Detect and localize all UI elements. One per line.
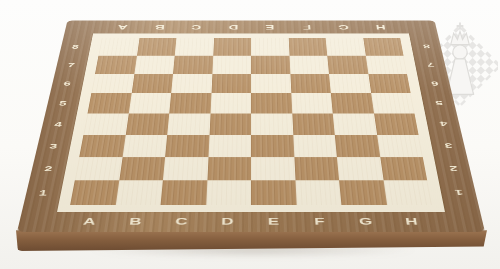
board-margin	[57, 33, 445, 211]
file-label-top-c: C	[177, 21, 215, 34]
rank-label-right-5: 5	[421, 93, 457, 113]
square-e6	[251, 74, 291, 93]
square-h7	[365, 56, 407, 74]
board-grid	[70, 38, 432, 205]
rank-label-right-1: 1	[439, 181, 479, 206]
chessboard: ABCDEFGH ABCDEFGH 87654321 87654321	[17, 21, 485, 232]
file-label-top-g: G	[324, 21, 362, 34]
square-h6	[368, 74, 411, 93]
square-f1	[295, 181, 341, 206]
file-label-bottom-e: E	[251, 212, 298, 232]
square-d5	[210, 93, 251, 113]
coordinate-strip-top: ABCDEFGH	[103, 21, 400, 34]
square-d8	[213, 38, 251, 56]
square-e8	[251, 38, 289, 56]
file-label-top-e: E	[251, 21, 288, 34]
rank-label-left-4: 4	[40, 114, 77, 135]
square-b2	[119, 157, 165, 180]
square-a2	[75, 157, 122, 180]
square-d6	[211, 74, 251, 93]
square-g2	[337, 157, 383, 180]
square-f5	[291, 93, 333, 113]
square-f2	[294, 157, 339, 180]
square-b7	[134, 56, 175, 74]
square-d1	[206, 181, 251, 206]
rank-label-left-6: 6	[50, 74, 85, 93]
square-f6	[290, 74, 331, 93]
square-d4	[209, 114, 251, 135]
square-c8	[175, 38, 214, 56]
square-a7	[95, 56, 137, 74]
square-c6	[171, 74, 212, 93]
product-photo-scene: ABCDEFGH ABCDEFGH 87654321 87654321	[0, 0, 500, 269]
square-g5	[331, 93, 374, 113]
queen-head	[453, 45, 467, 59]
square-f7	[289, 56, 329, 74]
crown-icon	[451, 31, 470, 44]
square-g1	[339, 181, 387, 206]
rank-label-right-8: 8	[410, 38, 443, 56]
square-g6	[329, 74, 371, 93]
square-e5	[251, 93, 292, 113]
square-c1	[161, 181, 207, 206]
square-c2	[163, 157, 208, 180]
rank-label-right-2: 2	[434, 157, 473, 180]
square-f3	[293, 135, 337, 157]
square-b1	[115, 181, 163, 206]
square-b5	[128, 93, 171, 113]
rank-label-right-6: 6	[417, 74, 452, 93]
square-e2	[251, 157, 295, 180]
square-b3	[122, 135, 167, 157]
square-e1	[251, 181, 296, 206]
square-c5	[169, 93, 211, 113]
square-a6	[91, 74, 134, 93]
rank-label-left-2: 2	[29, 157, 68, 180]
square-c3	[165, 135, 209, 157]
square-f4	[292, 114, 335, 135]
square-c7	[173, 56, 213, 74]
file-label-bottom-h: H	[388, 212, 437, 232]
coordinate-strip-bottom: ABCDEFGH	[65, 212, 437, 232]
square-b8	[137, 38, 177, 56]
square-h2	[380, 157, 427, 180]
file-label-top-d: D	[214, 21, 251, 34]
square-f8	[288, 38, 327, 56]
square-c4	[167, 114, 210, 135]
file-label-bottom-d: D	[205, 212, 252, 232]
square-d3	[208, 135, 251, 157]
rank-label-left-5: 5	[45, 93, 81, 113]
square-e4	[251, 114, 293, 135]
square-a1	[70, 181, 119, 206]
rank-label-right-7: 7	[413, 56, 447, 74]
square-g7	[327, 56, 368, 74]
file-label-top-h: H	[360, 21, 399, 34]
square-g8	[326, 38, 366, 56]
square-e3	[251, 135, 294, 157]
square-a5	[87, 93, 131, 113]
square-h4	[374, 114, 419, 135]
square-a4	[83, 114, 128, 135]
square-h3	[377, 135, 423, 157]
rank-label-left-7: 7	[55, 56, 89, 74]
square-d7	[212, 56, 251, 74]
square-b6	[131, 74, 173, 93]
file-label-top-a: A	[103, 21, 142, 34]
rank-label-left-8: 8	[59, 38, 92, 56]
square-h5	[371, 93, 415, 113]
rank-label-left-3: 3	[35, 135, 73, 157]
file-label-bottom-f: F	[297, 212, 344, 232]
square-a8	[98, 38, 139, 56]
file-label-bottom-c: C	[158, 212, 205, 232]
square-h8	[363, 38, 404, 56]
rank-label-right-3: 3	[429, 135, 467, 157]
file-label-top-b: B	[140, 21, 178, 34]
square-e7	[251, 56, 290, 74]
square-g4	[333, 114, 377, 135]
square-a3	[79, 135, 125, 157]
file-label-bottom-a: A	[65, 212, 114, 232]
file-label-bottom-g: G	[342, 212, 390, 232]
square-h1	[383, 181, 432, 206]
file-label-bottom-b: B	[112, 212, 160, 232]
file-label-top-f: F	[287, 21, 325, 34]
square-g3	[335, 135, 380, 157]
square-b4	[125, 114, 169, 135]
rank-label-right-4: 4	[425, 114, 462, 135]
rank-label-left-1: 1	[23, 181, 63, 206]
square-d2	[207, 157, 251, 180]
